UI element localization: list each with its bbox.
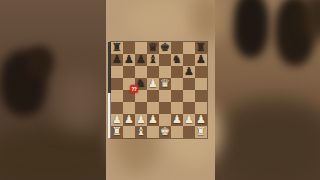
square-e5[interactable]: ♛ bbox=[159, 78, 171, 90]
black-pawn: ♟ bbox=[183, 66, 195, 78]
black-king: ♚ bbox=[159, 42, 171, 54]
white-rook: ♜ bbox=[111, 126, 123, 138]
white-pawn: ♟ bbox=[147, 114, 159, 126]
square-d2[interactable]: ♟ bbox=[147, 114, 159, 126]
square-c6[interactable] bbox=[135, 66, 147, 78]
square-c7[interactable]: ♟ bbox=[135, 54, 147, 66]
square-d3[interactable] bbox=[147, 102, 159, 114]
square-g6[interactable]: ♟ bbox=[183, 66, 195, 78]
white-pawn: ♟ bbox=[123, 114, 135, 126]
white-rook: ♜ bbox=[195, 126, 207, 138]
square-a1[interactable]: ♜ bbox=[111, 126, 123, 138]
square-f1[interactable] bbox=[171, 126, 183, 138]
square-b1[interactable] bbox=[123, 126, 135, 138]
square-b8[interactable] bbox=[123, 42, 135, 54]
square-b6[interactable] bbox=[123, 66, 135, 78]
square-e2[interactable] bbox=[159, 114, 171, 126]
white-queen: ♛ bbox=[159, 78, 171, 90]
square-g5[interactable] bbox=[183, 78, 195, 90]
square-f5[interactable] bbox=[171, 78, 183, 90]
square-d4[interactable] bbox=[147, 90, 159, 102]
left-blur-panel bbox=[0, 0, 106, 180]
chess-board: ?? ♜♛♚♜♟♟♟♝♞♟♟♞♟♛♟♟♟♟♟♟♟♜♝♚♜ bbox=[111, 42, 207, 138]
blurred-lower-shadow bbox=[215, 100, 320, 180]
right-blur-panel bbox=[215, 0, 320, 180]
white-pawn: ♟ bbox=[183, 114, 195, 126]
white-pawn: ♟ bbox=[147, 78, 159, 90]
square-b3[interactable] bbox=[123, 102, 135, 114]
square-f4[interactable] bbox=[171, 90, 183, 102]
black-rook: ♜ bbox=[111, 42, 123, 54]
black-pawn: ♟ bbox=[111, 54, 123, 66]
black-rook: ♜ bbox=[195, 42, 207, 54]
square-e1[interactable]: ♚ bbox=[159, 126, 171, 138]
square-b7[interactable]: ♟ bbox=[123, 54, 135, 66]
square-g2[interactable]: ♟ bbox=[183, 114, 195, 126]
square-d8[interactable]: ♛ bbox=[147, 42, 159, 54]
square-e3[interactable] bbox=[159, 102, 171, 114]
black-pawn: ♟ bbox=[123, 54, 135, 66]
white-bishop: ♝ bbox=[135, 126, 147, 138]
square-c2[interactable]: ♟ bbox=[135, 114, 147, 126]
square-d1[interactable] bbox=[147, 126, 159, 138]
white-pawn: ♟ bbox=[195, 114, 207, 126]
square-a2[interactable]: ♟ bbox=[111, 114, 123, 126]
square-h5[interactable] bbox=[195, 78, 207, 90]
black-pawn: ♟ bbox=[135, 54, 147, 66]
square-d7[interactable]: ♝ bbox=[147, 54, 159, 66]
square-b2[interactable]: ♟ bbox=[123, 114, 135, 126]
square-e7[interactable] bbox=[159, 54, 171, 66]
black-knight: ♞ bbox=[171, 54, 183, 66]
square-c8[interactable] bbox=[135, 42, 147, 54]
black-queen: ♛ bbox=[147, 42, 159, 54]
square-h4[interactable] bbox=[195, 90, 207, 102]
square-a5[interactable] bbox=[111, 78, 123, 90]
white-pawn: ♟ bbox=[111, 114, 123, 126]
square-g3[interactable] bbox=[183, 102, 195, 114]
square-f6[interactable] bbox=[171, 66, 183, 78]
square-h2[interactable]: ♟ bbox=[195, 114, 207, 126]
black-pawn: ♟ bbox=[195, 54, 207, 66]
blunder-badge: ?? bbox=[130, 85, 138, 93]
square-a4[interactable] bbox=[111, 90, 123, 102]
square-f7[interactable]: ♞ bbox=[171, 54, 183, 66]
blurred-piece-head bbox=[26, 46, 54, 78]
square-h3[interactable] bbox=[195, 102, 207, 114]
square-g1[interactable] bbox=[183, 126, 195, 138]
square-a8[interactable]: ♜ bbox=[111, 42, 123, 54]
white-pawn: ♟ bbox=[135, 114, 147, 126]
square-e6[interactable] bbox=[159, 66, 171, 78]
square-d5[interactable]: ♟ bbox=[147, 78, 159, 90]
square-h1[interactable]: ♜ bbox=[195, 126, 207, 138]
square-e8[interactable]: ♚ bbox=[159, 42, 171, 54]
square-f3[interactable] bbox=[171, 102, 183, 114]
square-h7[interactable]: ♟ bbox=[195, 54, 207, 66]
square-d6[interactable] bbox=[147, 66, 159, 78]
square-f2[interactable]: ♟ bbox=[171, 114, 183, 126]
square-a6[interactable] bbox=[111, 66, 123, 78]
square-c1[interactable]: ♝ bbox=[135, 126, 147, 138]
blurred-highlight bbox=[55, 70, 105, 130]
video-frame: ?? ♜♛♚♜♟♟♟♝♞♟♟♞♟♛♟♟♟♟♟♟♟♜♝♚♜ bbox=[0, 0, 320, 180]
square-a3[interactable] bbox=[111, 102, 123, 114]
square-h8[interactable]: ♜ bbox=[195, 42, 207, 54]
square-f8[interactable] bbox=[171, 42, 183, 54]
square-g8[interactable] bbox=[183, 42, 195, 54]
square-c3[interactable] bbox=[135, 102, 147, 114]
blurred-board-shadow bbox=[0, 128, 110, 180]
white-pawn: ♟ bbox=[171, 114, 183, 126]
white-king: ♚ bbox=[159, 126, 171, 138]
square-g7[interactable] bbox=[183, 54, 195, 66]
black-bishop: ♝ bbox=[147, 54, 159, 66]
wood-texture-smudge bbox=[126, 0, 196, 40]
square-g4[interactable] bbox=[183, 90, 195, 102]
square-h6[interactable] bbox=[195, 66, 207, 78]
square-e4[interactable] bbox=[159, 90, 171, 102]
square-a7[interactable]: ♟ bbox=[111, 54, 123, 66]
blurred-pawn-silhouette bbox=[233, 0, 269, 58]
